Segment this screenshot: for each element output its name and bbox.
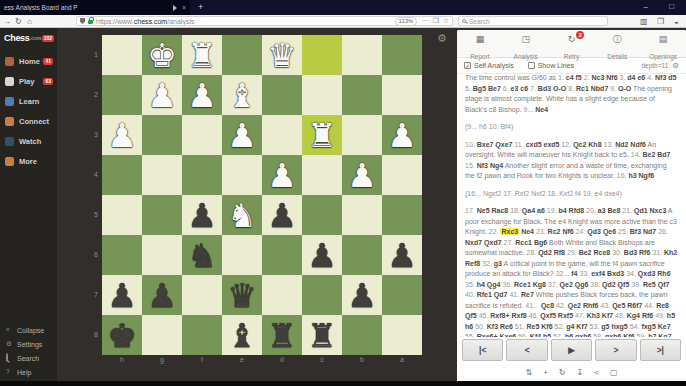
variation-line: (16... Ngxf2 17. Rxf2 Nxf2 18. Kxf2 f4 1… [465, 189, 678, 200]
square-f1[interactable]: ♜ [182, 35, 222, 75]
reset-button-icon[interactable]: ↻ [559, 368, 566, 377]
square-h5[interactable] [102, 195, 142, 235]
sidebar-item-label: Learn [19, 97, 39, 106]
tab-title: ess Analysis Board and P [4, 4, 171, 11]
square-e2[interactable]: ♝ [222, 75, 262, 115]
sidebar-item-label: Help [17, 369, 31, 376]
square-e3[interactable]: ♟ [222, 115, 262, 155]
file-label: e [222, 356, 262, 363]
download-button-icon[interactable]: ↧ [577, 368, 584, 377]
square-f4[interactable] [182, 155, 222, 195]
tracking-shield-icon[interactable] [80, 18, 85, 24]
address-bar[interactable]: https://www.chess.com/analysis 113% ⋯ ❐ … [76, 16, 453, 26]
move-number: 40. [465, 291, 475, 298]
file-label: g [142, 356, 182, 363]
move-san[interactable]: Qc8 [541, 302, 554, 309]
square-h1[interactable] [102, 35, 142, 75]
tab-retry[interactable]: ↻Retry2 [549, 30, 595, 57]
move-number: 9... [524, 106, 534, 113]
move-san[interactable]: Qd3 Qe6 [587, 228, 616, 235]
move-number: 32. [482, 260, 492, 267]
move-san[interactable]: Re5 Qf7 [643, 281, 669, 288]
go-start-button[interactable]: |< [462, 339, 503, 361]
square-c5[interactable] [302, 195, 342, 235]
square-d1[interactable]: ♛ [262, 35, 302, 75]
search-input[interactable]: Search [458, 16, 608, 26]
sidebar-item-learn[interactable]: Learn [0, 91, 57, 111]
help-icon: ? [6, 368, 14, 376]
sidebar-item-label: Collapse [17, 327, 44, 334]
square-c2[interactable] [302, 75, 342, 115]
move-number: 29. [567, 249, 577, 256]
move-san[interactable]: c4 f5 [566, 74, 582, 81]
black-king-piece[interactable]: ♚ [102, 315, 142, 355]
square-h4[interactable] [102, 155, 142, 195]
move-number: 26. [658, 228, 668, 235]
move-number: 16. [617, 172, 627, 179]
move-number: 49. [655, 312, 665, 319]
move-san[interactable]: Ne4 [521, 228, 534, 235]
move-san[interactable]: Ne5 Rac8 [477, 207, 509, 214]
move-san[interactable]: Re7 [521, 291, 534, 298]
move-number: 32... [556, 270, 570, 277]
square-b6[interactable] [342, 235, 382, 275]
square-c3[interactable]: ♜ [302, 115, 342, 155]
square-h6[interactable] [102, 235, 142, 275]
move-number: 47. [575, 312, 585, 319]
square-h2[interactable] [102, 75, 142, 115]
square-c6[interactable]: ♟ [302, 235, 342, 275]
share-button-icon[interactable]: < [594, 368, 599, 377]
white-knight-piece[interactable]: ♞ [222, 195, 262, 235]
black-pawn-piece[interactable]: ♟ [342, 275, 382, 315]
sidebar-item-help[interactable]: ?Help [0, 365, 57, 379]
collapse-icon: « [6, 326, 14, 334]
more-options-icon[interactable]: ⋯ [421, 17, 428, 25]
move-san[interactable]: g4 Kf7 [566, 323, 587, 330]
move-san[interactable]: Qxf5 Rxf5 [540, 312, 573, 319]
rank-labels: 12345678 [86, 35, 98, 355]
move-san[interactable]: Be2 Rce8 [579, 249, 611, 256]
move-san[interactable]: Ne4 [535, 106, 548, 113]
square-d4[interactable]: ♟ [262, 155, 302, 195]
move-number: 25. [618, 228, 628, 235]
sidebar-item-label: Connect [19, 117, 49, 126]
move-san[interactable]: Kf3 Re6 [487, 323, 513, 330]
rank-label: 7 [86, 275, 98, 315]
move-number: 6. [503, 85, 509, 92]
black-knight-piece[interactable]: ♞ [182, 235, 222, 275]
home-icon [5, 57, 14, 66]
annotation-text: (9... h6 10. Bf4) [465, 123, 513, 130]
white-pawn-piece[interactable]: ♟ [222, 115, 262, 155]
move-number: 21. [622, 207, 632, 214]
move-san[interactable]: Qd1 Nxc3 [634, 207, 666, 214]
square-d6[interactable] [262, 235, 302, 275]
move-number: 2. [584, 74, 590, 81]
main-line: The time control was G/60 as 1. c4 f5 2.… [465, 74, 678, 115]
white-pawn-piece[interactable]: ♟ [262, 155, 302, 195]
move-san[interactable]: Qd2 Qf5 [602, 281, 629, 288]
square-f3[interactable] [182, 115, 222, 155]
flip-board-button-icon[interactable]: ⇅ [525, 368, 532, 377]
sidebars-icon[interactable]: ❐ [657, 16, 664, 27]
move-san[interactable]: Nc3 Nf6 [592, 74, 618, 81]
move-number: 4. [647, 74, 653, 81]
move-number: 23. [536, 228, 546, 235]
white-queen-piece[interactable]: ♛ [262, 35, 302, 75]
file-label: d [262, 356, 302, 363]
move-number: 54. [630, 323, 640, 330]
board-editor-button-icon[interactable]: ▢ [610, 368, 618, 377]
black-queen-piece[interactable]: ♛ [222, 275, 262, 315]
sidebar-item-home[interactable]: Home41 [0, 51, 57, 71]
retry-icon: ↻ [549, 33, 595, 45]
search-placeholder: Search [469, 18, 490, 25]
square-f6[interactable]: ♞ [182, 235, 222, 275]
move-san[interactable]: Bxe7 Qxe7 [477, 141, 513, 148]
zoom-level-indicator[interactable]: 113% [395, 17, 418, 26]
sidebar-item-play[interactable]: Play63 [0, 71, 57, 91]
site-sidebar: Chess.com 102 Home41Play63LearnConnectWa… [0, 28, 57, 381]
current-move[interactable]: Rxc3 [500, 228, 519, 235]
tab-label: Analysis [514, 53, 538, 60]
move-san[interactable]: e3 c6 [511, 85, 529, 92]
bookmark-star-icon[interactable]: ☆ [443, 17, 449, 25]
play-button[interactable]: ▶ [551, 339, 592, 361]
square-g5[interactable] [142, 195, 182, 235]
add-button-icon[interactable]: + [543, 368, 548, 377]
move-number: 5. [465, 85, 471, 92]
square-g6[interactable] [142, 235, 182, 275]
move-number: 36. [502, 281, 512, 288]
sidebar-item-label: More [19, 157, 37, 166]
browser-toolbar: → ↻ ⌂ https://www.chess.com/analysis 113… [0, 15, 686, 28]
move-number: 50. [475, 323, 485, 330]
move-san[interactable]: Qd2 Rf8 [538, 249, 565, 256]
sidebar-item-settings[interactable]: ⚙Settings [0, 337, 57, 351]
square-d7[interactable] [262, 275, 302, 315]
square-d8[interactable]: ♜ [262, 315, 302, 355]
square-a6[interactable]: ♟ [382, 235, 422, 275]
board-tools: ⇅+↻↧<▢ [457, 363, 686, 381]
details-icon: ⓘ [594, 33, 640, 45]
square-a8[interactable] [382, 315, 422, 355]
tab-details[interactable]: ⓘDetails [594, 30, 640, 57]
move-san[interactable]: Re5 Kf6 [527, 323, 553, 330]
white-king-piece[interactable]: ♚ [142, 35, 182, 75]
move-san[interactable]: Qc2 Kh8 [573, 141, 601, 148]
move-number: 41. [509, 291, 519, 298]
pocket-icon[interactable]: ❐ [432, 17, 438, 25]
rank-label: 5 [86, 195, 98, 235]
square-b5[interactable] [342, 195, 382, 235]
browser-tab[interactable]: ess Analysis Board and P × [0, 0, 190, 15]
move-san[interactable]: Qa4 a6 [522, 207, 545, 214]
white-pawn-piece[interactable]: ♟ [382, 115, 422, 155]
move-san[interactable]: Qe2 Qg6 [560, 281, 589, 288]
self-analysis-option[interactable]: ✓ Self Analysis [464, 62, 514, 69]
square-d3[interactable] [262, 115, 302, 155]
move-san[interactable]: Kg4 Rf6 [627, 312, 653, 319]
square-b3[interactable] [342, 115, 382, 155]
tab-report[interactable]: ▦Report [457, 30, 503, 57]
move-number: 14. [631, 151, 641, 158]
file-labels: hgfedcba [102, 356, 422, 363]
move-san[interactable]: Bf3 Nd7 [630, 228, 656, 235]
home-icon[interactable]: ⌂ [27, 16, 32, 27]
move-san[interactable]: Rce1 Kg8 [514, 281, 546, 288]
tab-label: Details [607, 53, 627, 60]
notification-badge: 41 [43, 58, 53, 65]
rank-label: 2 [86, 75, 98, 115]
move-san[interactable]: h4 Qg4 [477, 281, 501, 288]
square-a1[interactable] [382, 35, 422, 75]
square-e4[interactable] [222, 155, 262, 195]
search-icon [6, 354, 14, 362]
next-move-button[interactable]: > [595, 339, 636, 361]
move-san[interactable]: g3 [494, 260, 502, 267]
move-san[interactable]: f4 [571, 270, 577, 277]
move-san[interactable]: Bg5 Be7 [473, 85, 501, 92]
move-san[interactable]: Nf3 Ng4 [477, 162, 503, 169]
square-e5[interactable]: ♞ [222, 195, 262, 235]
sidebar-menu: Home41Play63LearnConnectWatchMore [0, 51, 57, 171]
tab-analysis[interactable]: ◳Analysis [503, 30, 549, 57]
black-pawn-piece[interactable]: ♟ [382, 235, 422, 275]
move-number: 48. [615, 312, 625, 319]
move-san[interactable]: b4 Rfd8 [558, 207, 584, 214]
black-rook-piece[interactable]: ♜ [302, 315, 342, 355]
sidebar-item-more[interactable]: More [0, 151, 57, 171]
search-icon [462, 19, 466, 23]
move-san[interactable]: Rxf8+ Rxf8 [490, 312, 526, 319]
rank-label: 3 [86, 115, 98, 155]
square-a5[interactable] [382, 195, 422, 235]
self-analysis-label: Self Analysis [474, 62, 514, 69]
move-number: 52. [555, 323, 565, 330]
square-g7[interactable]: ♟ [142, 275, 182, 315]
move-number: 44. [644, 302, 654, 309]
move-number: 9. [610, 85, 616, 92]
variation-line: (9... h6 10. Bf4) [465, 122, 678, 133]
sidebar-item-connect[interactable]: Connect [0, 111, 57, 131]
show-lines-option[interactable]: Show Lines [528, 62, 574, 69]
move-san[interactable]: Nxd7 Qxd7 [465, 239, 502, 246]
white-rook-piece[interactable]: ♜ [302, 115, 342, 155]
file-label: f [182, 356, 222, 363]
sidebar-item-collapse[interactable]: «Collapse [0, 323, 57, 337]
square-d2[interactable] [262, 75, 302, 115]
square-f2[interactable]: ♟ [182, 75, 222, 115]
move-san[interactable]: g5 hxg5 [601, 323, 627, 330]
move-number: 34. [626, 270, 636, 277]
move-navigation: |<<▶>>| [457, 337, 686, 363]
move-san[interactable]: d4 e6 [627, 74, 645, 81]
square-a7[interactable] [382, 275, 422, 315]
square-d5[interactable]: ♟ [262, 195, 302, 235]
notification-badge: 63 [43, 78, 53, 85]
settings-icon: ⚙ [6, 340, 14, 348]
sidebar-item-watch[interactable]: Watch [0, 131, 57, 151]
square-e8[interactable]: ♝ [222, 315, 262, 355]
black-pawn-piece[interactable]: ♟ [182, 195, 222, 235]
square-f7[interactable] [182, 275, 222, 315]
show-lines-label: Show Lines [538, 62, 574, 69]
connect-icon [5, 117, 14, 126]
black-rook-piece[interactable]: ♜ [262, 315, 302, 355]
tab-label: Report [470, 53, 490, 60]
notification-badge: 102 [42, 35, 54, 42]
padlock-icon[interactable] [88, 20, 93, 24]
move-number: 28. [526, 249, 536, 256]
analysis-icon: ◳ [503, 33, 549, 45]
move-san[interactable]: Rcc1 Bg6 [515, 239, 547, 246]
tab-close-icon[interactable]: × [182, 4, 186, 11]
square-c7[interactable] [302, 275, 342, 315]
move-number: 1. [558, 74, 564, 81]
play-icon [5, 77, 14, 86]
move-san[interactable]: Nf3 d5 [655, 74, 676, 81]
square-b7[interactable]: ♟ [342, 275, 382, 315]
white-pawn-piece[interactable]: ♟ [182, 75, 222, 115]
move-number: 17. [465, 207, 475, 214]
move-number: 46. [529, 312, 539, 319]
square-e7[interactable]: ♛ [222, 275, 262, 315]
chess-board: ♚♜♛♟♟♝♟♟♜♟♟♟♟♞♟♞♟♟♟♟♛♟♚♝♜♜ [102, 35, 422, 355]
move-list[interactable]: The time control was G/60 as 1. c4 f5 2.… [457, 74, 686, 337]
library-icon[interactable]: ▥ [640, 16, 648, 27]
move-number: 43. [600, 302, 610, 309]
panel-tabs: ▦Report◳Analysis↻Retry2ⓘDetails▤Openings [457, 30, 686, 58]
square-g4[interactable] [142, 155, 182, 195]
move-number: 10. [465, 141, 475, 148]
move-number: 37. [548, 281, 558, 288]
move-number: 18. [510, 207, 520, 214]
menu-icon[interactable]: ◒ [674, 16, 679, 27]
move-san[interactable]: cxd5 exd5 [526, 141, 560, 148]
move-san[interactable]: Rfe1 Qd7 [477, 291, 508, 298]
square-b8[interactable] [342, 315, 382, 355]
rank-label: 6 [86, 235, 98, 275]
move-san[interactable]: Nd2 Ndf6 [615, 141, 646, 148]
move-number: 41... [525, 302, 539, 309]
sidebar-item-label: Search [17, 355, 39, 362]
white-bishop-piece[interactable]: ♝ [222, 75, 262, 115]
square-c8[interactable]: ♜ [302, 315, 342, 355]
move-number: 42. [556, 302, 566, 309]
move-number: 51. [515, 323, 525, 330]
move-san[interactable]: Rc1 Nbd7 [576, 85, 608, 92]
depth-indicator: depth=11 [641, 62, 668, 69]
move-san[interactable]: Qe2 Rhf6 [568, 302, 599, 309]
sidebar-item-label: Play [19, 77, 34, 86]
move-san[interactable]: h3 Ngf6 [628, 172, 654, 179]
square-h8[interactable]: ♚ [102, 315, 142, 355]
tab-openings[interactable]: ▤Openings [640, 30, 686, 57]
board-settings-gear-icon[interactable]: ⚙ [437, 32, 447, 45]
annotation-text: The time control was G/60 as [465, 74, 556, 81]
square-g8[interactable] [142, 315, 182, 355]
move-san[interactable]: Qxd3 Rh6 [638, 270, 671, 277]
chesscom-logo[interactable]: Chess.com 102 [0, 28, 57, 43]
move-number: 24. [576, 228, 586, 235]
go-end-button[interactable]: >| [640, 339, 681, 361]
move-san[interactable]: fxg5 Ke7 [641, 323, 670, 330]
square-b1[interactable] [342, 35, 382, 75]
move-san[interactable]: Rc2 Nf6 [548, 228, 574, 235]
move-san[interactable]: Be2 Bd7 [642, 151, 670, 158]
white-pawn-piece[interactable]: ♟ [102, 115, 142, 155]
report-icon: ▦ [457, 33, 503, 45]
black-bishop-piece[interactable]: ♝ [222, 315, 262, 355]
move-san[interactable]: Bd3 Rf6 [624, 249, 650, 256]
move-number: 53. [590, 323, 600, 330]
square-a2[interactable] [382, 75, 422, 115]
square-f8[interactable] [182, 315, 222, 355]
maximize-button[interactable]: □ [669, 1, 674, 13]
new-tab-button[interactable]: + [198, 2, 203, 13]
sidebar-item-search[interactable]: Search [0, 351, 57, 365]
white-rook-piece[interactable]: ♜ [182, 35, 222, 75]
forward-icon[interactable]: → [3, 16, 11, 27]
rank-label: 1 [86, 35, 98, 75]
self-analysis-checkbox[interactable]: ✓ [464, 62, 471, 69]
move-number: 31. [652, 249, 662, 256]
move-san[interactable]: Kh3 Kf7 [587, 312, 613, 319]
black-pawn-piece[interactable]: ♟ [102, 275, 142, 315]
file-label: b [342, 356, 382, 363]
square-e1[interactable] [222, 35, 262, 75]
move-number: 38. [590, 281, 600, 288]
square-h3[interactable]: ♟ [102, 115, 142, 155]
sidebar-item-label: Home [19, 57, 40, 66]
sidebar-footer: «Collapse⚙SettingsSearch?Help [0, 323, 57, 379]
white-pawn-piece[interactable]: ♟ [342, 155, 382, 195]
square-a4[interactable] [382, 155, 422, 195]
watch-icon [5, 137, 14, 146]
black-pawn-piece[interactable]: ♟ [262, 195, 302, 235]
square-c4[interactable] [302, 155, 342, 195]
move-san[interactable]: a3 Be8 [598, 207, 621, 214]
square-c1[interactable] [302, 35, 342, 75]
speaker-icon [173, 5, 180, 11]
reload-icon[interactable]: ↻ [15, 16, 22, 27]
move-san[interactable]: Qe5 R6f7 [612, 302, 642, 309]
square-h7[interactable]: ♟ [102, 275, 142, 315]
move-number: 7. [530, 85, 536, 92]
bottom-bar [0, 381, 686, 386]
square-g2[interactable]: ♟ [142, 75, 182, 115]
square-b2[interactable] [342, 75, 382, 115]
prev-move-button[interactable]: < [506, 339, 547, 361]
move-san[interactable]: Bd3 O-O [538, 85, 566, 92]
square-g3[interactable] [142, 115, 182, 155]
square-e6[interactable] [222, 235, 262, 275]
black-pawn-piece[interactable]: ♟ [142, 275, 182, 315]
square-b4[interactable]: ♟ [342, 155, 382, 195]
black-pawn-piece[interactable]: ♟ [302, 235, 342, 275]
minimize-button[interactable]: – [644, 1, 648, 13]
show-lines-checkbox[interactable] [528, 62, 535, 69]
move-san[interactable]: O-O [618, 85, 631, 92]
more-icon [5, 157, 14, 166]
square-g1[interactable]: ♚ [142, 35, 182, 75]
square-a3[interactable]: ♟ [382, 115, 422, 155]
square-f5[interactable]: ♟ [182, 195, 222, 235]
move-san[interactable]: exf4 Bxd3 [591, 270, 624, 277]
white-pawn-piece[interactable]: ♟ [142, 75, 182, 115]
